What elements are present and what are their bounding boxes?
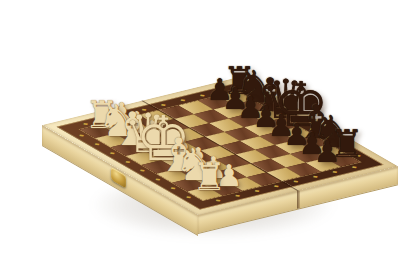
- border-ornament: ◆: [292, 180, 301, 184]
- fold-gap: [297, 190, 300, 209]
- chess-set-photo: ◆◆◆◆◆◆◆◆ ◆◆◆◆◆◆◆◆ ◆◆◆◆◆◆◆◆ ◆◆◆◆◆◆◆◆ ♜♟♟♜…: [0, 0, 404, 276]
- border-ornament: ◆: [331, 170, 340, 174]
- piece-white-rook[interactable]: ♜: [177, 158, 241, 196]
- square-h1[interactable]: ♜: [187, 187, 222, 201]
- border-ornament: ◆: [214, 199, 223, 203]
- border-ornament: ◆: [311, 175, 320, 179]
- border-ornament: ◆: [272, 185, 281, 189]
